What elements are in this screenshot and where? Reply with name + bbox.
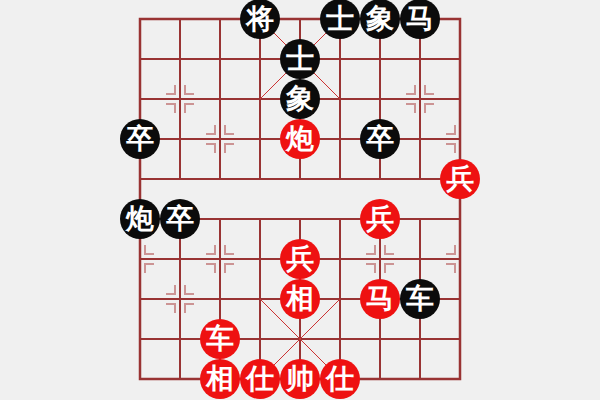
piece-red-pawn-2[interactable]: 兵 — [360, 199, 400, 239]
piece-red-elephant-1[interactable]: 相 — [280, 279, 320, 319]
piece-grid: 将士象马士象卒炮卒兵炮卒兵兵相马车车相仕帅仕 — [120, 0, 480, 399]
piece-red-pawn-3[interactable]: 兵 — [280, 239, 320, 279]
piece-black-chariot[interactable]: 车 — [400, 279, 440, 319]
piece-black-elephant-2[interactable]: 象 — [280, 79, 320, 119]
piece-black-advisor-1[interactable]: 士 — [320, 0, 360, 39]
piece-red-chariot[interactable]: 车 — [200, 319, 240, 359]
piece-black-pawn-2[interactable]: 卒 — [360, 119, 400, 159]
piece-black-advisor-2[interactable]: 士 — [280, 39, 320, 79]
piece-red-advisor-1[interactable]: 仕 — [240, 359, 280, 399]
piece-red-advisor-2[interactable]: 仕 — [320, 359, 360, 399]
xiangqi-board: 将士象马士象卒炮卒兵炮卒兵兵相马车车相仕帅仕 — [0, 0, 600, 400]
piece-red-king[interactable]: 帅 — [280, 359, 320, 399]
piece-black-elephant-1[interactable]: 象 — [360, 0, 400, 39]
piece-red-cannon[interactable]: 炮 — [280, 119, 320, 159]
piece-black-pawn-1[interactable]: 卒 — [120, 119, 160, 159]
piece-red-elephant-2[interactable]: 相 — [200, 359, 240, 399]
piece-red-pawn-1[interactable]: 兵 — [440, 159, 480, 199]
piece-black-general[interactable]: 将 — [240, 0, 280, 39]
piece-black-pawn-3[interactable]: 卒 — [160, 199, 200, 239]
piece-red-horse[interactable]: 马 — [360, 279, 400, 319]
piece-black-horse[interactable]: 马 — [400, 0, 440, 39]
piece-black-cannon[interactable]: 炮 — [120, 199, 160, 239]
